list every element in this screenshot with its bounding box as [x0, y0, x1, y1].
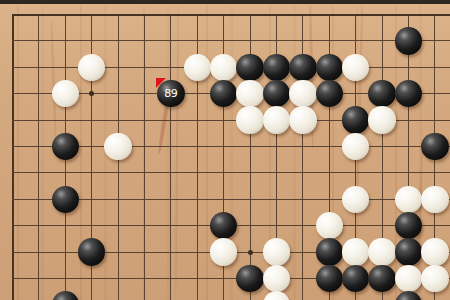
stone-white: [184, 54, 212, 82]
app-window: 89: [0, 0, 450, 300]
stone-black: [52, 186, 80, 214]
stone-black: [316, 54, 344, 82]
stone-white: [395, 265, 423, 293]
stone-white: [210, 238, 238, 266]
stone-black: [316, 238, 344, 266]
stone-black: [210, 80, 238, 108]
stone-black: [289, 54, 317, 82]
grid-line-vertical: [38, 14, 39, 300]
grid-line-vertical: [12, 14, 14, 300]
stone-white: [289, 80, 317, 108]
stone-black: [395, 238, 423, 266]
wood-grain-streak: [175, 0, 180, 300]
stone-black: [316, 265, 344, 293]
stone-white: [342, 54, 370, 82]
stone-white: [316, 212, 344, 240]
stone-black: [395, 27, 423, 55]
stone-black: [368, 80, 396, 108]
stone-black: [263, 54, 291, 82]
stone-white: [263, 291, 291, 300]
stone-black: [395, 291, 423, 300]
stone-white: [78, 54, 106, 82]
stone-black: [52, 291, 80, 300]
stone-black: [342, 265, 370, 293]
stone-white: [421, 265, 449, 293]
stone-white: [52, 80, 80, 108]
stone-black: [421, 133, 449, 161]
stone-white: [289, 106, 317, 134]
board-top-edge-highlight: [0, 4, 450, 6]
stone-black: [342, 106, 370, 134]
grid-line-vertical: [144, 14, 145, 300]
star-point: [89, 91, 94, 96]
stone-black: [395, 80, 423, 108]
stone-black: [236, 265, 264, 293]
wood-grain-streak: [50, 20, 57, 140]
stone-white: [236, 106, 264, 134]
grid-line-vertical: [170, 14, 171, 300]
stone-white: [395, 186, 423, 214]
stone-black: [368, 265, 396, 293]
stone-black: [236, 54, 264, 82]
stone-white: [236, 80, 264, 108]
grid-line-horizontal: [12, 172, 450, 173]
go-board[interactable]: 89: [0, 0, 450, 300]
stone-white: [368, 106, 396, 134]
stone-black: [395, 212, 423, 240]
stone-white: [342, 238, 370, 266]
stone-black: [78, 238, 106, 266]
stone-black: [263, 80, 291, 108]
stone-white: [210, 54, 238, 82]
grid-line-horizontal: [12, 14, 450, 16]
star-point: [248, 250, 253, 255]
stone-white: [263, 106, 291, 134]
stone-white: [342, 186, 370, 214]
stone-white: [421, 186, 449, 214]
stone-white: [263, 265, 291, 293]
stone-black: [52, 133, 80, 161]
stone-white: [104, 133, 132, 161]
grid-line-horizontal: [12, 40, 450, 41]
stone-white: [368, 238, 396, 266]
stone-black: [316, 80, 344, 108]
stone-black: [210, 212, 238, 240]
stone-white: [421, 238, 449, 266]
stone-black: 89: [157, 80, 185, 108]
stone-white: [263, 238, 291, 266]
stone-white: [342, 133, 370, 161]
move-number-label: 89: [157, 80, 185, 108]
